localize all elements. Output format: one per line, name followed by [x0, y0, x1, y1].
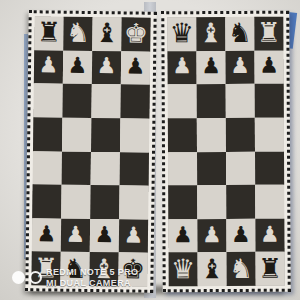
square-h1: ♜ [256, 252, 285, 286]
square-f4 [197, 152, 226, 186]
board-left-half: ♜♞♝♚♟♟♟♟♟♟♟♟♜♞♝♚ [25, 10, 156, 293]
board-left-grid: ♜♞♝♚♟♟♟♟♟♟♟♟♜♞♝♚ [31, 16, 150, 286]
square-e4 [168, 152, 197, 186]
piece-pawn: ♟ [65, 223, 85, 245]
square-d8: ♚ [121, 17, 150, 51]
piece-knight: ♞ [66, 19, 91, 46]
piece-bishop: ♝ [95, 19, 120, 46]
square-d6 [120, 85, 149, 119]
watermark-line2: MI DUAL CAMERA [46, 278, 138, 289]
square-e3 [168, 185, 197, 219]
square-c6 [91, 84, 120, 118]
square-h2: ♟ [255, 218, 284, 252]
board-right-grid: ♛♝♞♜♟♟♟♟♟♟♟♟♛♝♞♜ [167, 17, 284, 287]
square-a5 [33, 117, 62, 151]
piece-pawn: ♟ [123, 224, 143, 246]
square-h3 [255, 185, 284, 219]
piece-queen: ♛ [170, 19, 194, 46]
board-right-half: ♛♝♞♜♟♟♟♟♟♟♟♟♛♝♞♜ [161, 11, 290, 293]
piece-rook: ♜ [258, 254, 282, 281]
piece-bishop: ♝ [200, 255, 224, 282]
piece-pawn: ♟ [201, 55, 221, 77]
square-c7: ♟ [92, 51, 121, 85]
piece-pawn: ♟ [173, 224, 193, 246]
square-a6 [33, 84, 62, 118]
square-f1: ♝ [198, 252, 227, 286]
piece-pawn: ♟ [126, 56, 146, 78]
square-g1: ♞ [227, 252, 256, 286]
square-a8: ♜ [34, 16, 63, 50]
piece-pawn: ♟ [97, 56, 117, 78]
square-a2: ♟ [32, 218, 61, 252]
square-e8: ♛ [167, 17, 196, 51]
piece-pawn: ♟ [39, 55, 59, 77]
piece-pawn: ♟ [36, 223, 56, 245]
piece-pawn: ♟ [202, 224, 222, 246]
piece-king: ♚ [124, 20, 149, 47]
piece-knight: ♞ [228, 19, 252, 46]
square-d3 [119, 185, 148, 219]
piece-pawn: ♟ [260, 223, 280, 245]
piece-pawn: ♟ [172, 56, 192, 78]
square-d2: ♟ [119, 219, 148, 253]
square-d4 [120, 152, 149, 186]
chess-board: ♜♞♝♚♟♟♟♟♟♟♟♟♜♞♝♚ ♛♝♞♜♟♟♟♟♟♟♟♟♛♝♞♜ [27, 11, 290, 292]
piece-rook: ♜ [257, 19, 281, 46]
square-e2: ♟ [168, 219, 197, 253]
square-h4 [255, 151, 284, 185]
piece-pawn: ♟ [94, 224, 114, 246]
square-g5 [226, 118, 255, 152]
piece-pawn: ♟ [259, 55, 279, 77]
square-f2: ♟ [197, 219, 226, 253]
square-c5 [91, 118, 120, 152]
square-b8: ♞ [63, 17, 92, 51]
square-b4 [62, 151, 91, 185]
square-e1: ♛ [169, 253, 198, 287]
square-e5 [168, 118, 197, 152]
square-f5 [197, 118, 226, 152]
square-c4 [91, 152, 120, 186]
watermark-outline-circle-icon [29, 271, 42, 284]
piece-pawn: ♟ [68, 55, 88, 77]
watermark-line1: REDMI NOTE 5 PRO [46, 267, 138, 278]
square-h5 [255, 118, 284, 152]
square-a4 [33, 151, 62, 185]
piece-pawn: ♟ [230, 55, 250, 77]
square-g6 [226, 84, 255, 118]
square-g2: ♟ [226, 219, 255, 253]
square-d5 [120, 118, 149, 152]
square-h8: ♜ [254, 17, 283, 51]
piece-pawn: ♟ [231, 223, 251, 245]
square-c2: ♟ [90, 219, 119, 253]
piece-rook: ♜ [37, 19, 62, 46]
square-g3 [226, 185, 255, 219]
piece-knight: ♞ [229, 255, 253, 282]
photo-of-folding-chess-board: ♜♞♝♚♟♟♟♟♟♟♟♟♜♞♝♚ ♛♝♞♜♟♟♟♟♟♟♟♟♛♝♞♜ REDMI … [0, 0, 300, 300]
square-b3 [61, 185, 90, 219]
square-c8: ♝ [92, 17, 121, 51]
square-h7: ♟ [254, 50, 283, 84]
square-f7: ♟ [196, 51, 225, 85]
square-g7: ♟ [225, 50, 254, 84]
square-f8: ♝ [196, 17, 225, 51]
square-b7: ♟ [63, 50, 92, 84]
square-d7: ♟ [121, 51, 150, 85]
square-f6 [197, 84, 226, 118]
square-e7: ♟ [167, 51, 196, 85]
square-c3 [90, 185, 119, 219]
square-a7: ♟ [34, 50, 63, 84]
watermark-filled-circle-icon [12, 271, 25, 284]
piece-queen: ♛ [171, 255, 195, 282]
camera-watermark: REDMI NOTE 5 PRO MI DUAL CAMERA [12, 267, 138, 288]
square-f3 [197, 185, 226, 219]
square-b5 [62, 118, 91, 152]
square-g4 [226, 151, 255, 185]
square-g8: ♞ [225, 17, 254, 51]
square-b6 [62, 84, 91, 118]
square-h6 [255, 84, 284, 118]
square-b2: ♟ [61, 218, 90, 252]
piece-bishop: ♝ [199, 19, 223, 46]
watermark-text: REDMI NOTE 5 PRO MI DUAL CAMERA [46, 267, 138, 288]
square-e6 [168, 84, 197, 118]
square-a3 [32, 184, 61, 218]
